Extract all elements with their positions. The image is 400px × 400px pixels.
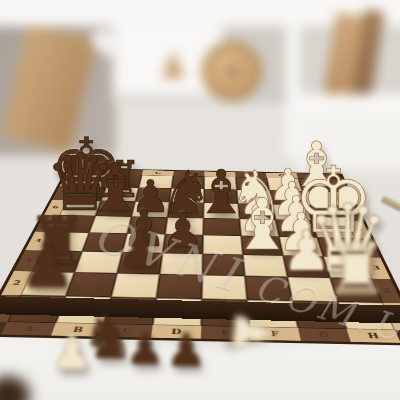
- square[interactable]: [160, 253, 203, 275]
- square[interactable]: [66, 272, 117, 297]
- square[interactable]: [202, 275, 247, 300]
- square[interactable]: [202, 254, 245, 276]
- square[interactable]: [51, 215, 95, 233]
- square[interactable]: [106, 174, 142, 187]
- file-label: A: [1, 322, 56, 336]
- square[interactable]: [236, 177, 270, 190]
- square[interactable]: [269, 190, 306, 205]
- square[interactable]: [82, 233, 127, 253]
- square[interactable]: [237, 190, 273, 205]
- square[interactable]: [238, 204, 275, 220]
- square[interactable]: [67, 186, 106, 200]
- square[interactable]: [163, 234, 204, 254]
- square[interactable]: [139, 175, 173, 188]
- square[interactable]: [74, 251, 122, 273]
- square[interactable]: [59, 200, 101, 216]
- file-label: H: [347, 329, 400, 343]
- square[interactable]: [243, 255, 288, 277]
- square[interactable]: [241, 236, 283, 256]
- square[interactable]: [204, 176, 237, 189]
- square[interactable]: [95, 201, 135, 217]
- square[interactable]: [169, 188, 204, 203]
- square[interactable]: [165, 217, 203, 235]
- square[interactable]: [272, 204, 311, 220]
- square[interactable]: [89, 216, 131, 234]
- file-label: G: [298, 328, 351, 342]
- square[interactable]: [203, 218, 241, 236]
- file-label: D: [151, 325, 201, 339]
- square[interactable]: [117, 252, 162, 274]
- square[interactable]: [167, 202, 203, 218]
- square[interactable]: [73, 174, 110, 187]
- square[interactable]: [203, 235, 243, 255]
- square[interactable]: [135, 188, 171, 202]
- square[interactable]: [111, 273, 160, 298]
- square[interactable]: [204, 189, 238, 204]
- square[interactable]: [245, 276, 293, 301]
- file-label: C: [101, 324, 153, 338]
- square[interactable]: [279, 237, 323, 257]
- square[interactable]: [101, 187, 139, 201]
- file-label: F: [250, 327, 301, 341]
- square[interactable]: [276, 220, 318, 238]
- file-label: B: [51, 323, 104, 337]
- square[interactable]: [203, 203, 239, 219]
- square[interactable]: [156, 274, 202, 299]
- square[interactable]: [131, 201, 169, 217]
- square[interactable]: [122, 233, 165, 253]
- square[interactable]: [267, 178, 302, 191]
- board-scene: ABCDEFGH8877665544332211ABCDEFGH: [0, 0, 400, 400]
- square[interactable]: [127, 217, 167, 235]
- chess-set-photo: ♟ ABCDEFGH8877665544332211ABCDEFGH ♝♚♜♟♛…: [0, 0, 400, 400]
- square[interactable]: [239, 219, 279, 237]
- file-label: E: [201, 326, 251, 340]
- square[interactable]: [171, 176, 204, 189]
